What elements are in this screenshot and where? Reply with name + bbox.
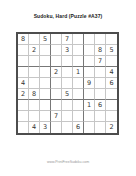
cell-r5c2-empty <box>29 78 40 89</box>
cell-r8c1-empty <box>18 111 29 122</box>
cell-r1c3-given-5: 5 <box>40 34 51 45</box>
cell-r4c3-empty <box>40 67 51 78</box>
cell-r7c6-empty <box>73 100 84 111</box>
cell-r9c1-empty <box>18 122 29 133</box>
cell-r2c6-empty <box>73 45 84 56</box>
cell-r9c3-given-3: 3 <box>40 122 51 133</box>
cell-r8c6-empty <box>73 111 84 122</box>
cell-r1c2-empty <box>29 34 40 45</box>
cell-r3c1-empty <box>18 56 29 67</box>
cell-r3c5-empty <box>62 56 73 67</box>
cell-r9c5-empty <box>62 122 73 133</box>
cell-r2c8-given-8: 8 <box>95 45 106 56</box>
cell-r1c1-given-8: 8 <box>18 34 29 45</box>
cell-r5c3-empty <box>40 78 51 89</box>
cell-r1c5-given-7: 7 <box>62 34 73 45</box>
cell-r2c9-given-5: 5 <box>106 45 117 56</box>
cell-r1c4-empty <box>51 34 62 45</box>
puzzle-title: Sudoku, Hard (Puzzle #A37) <box>0 13 136 19</box>
cell-r6c4-empty <box>51 89 62 100</box>
cell-r8c9-empty <box>106 111 117 122</box>
cell-r3c6-empty <box>73 56 84 67</box>
cell-r4c5-empty <box>62 67 73 78</box>
cell-r6c3-empty <box>40 89 51 100</box>
cell-r7c8-given-6: 6 <box>95 100 106 111</box>
cell-r4c4-given-2: 2 <box>51 67 62 78</box>
sudoku-board: 857238572144962851674362 <box>16 32 119 135</box>
cell-r2c4-empty <box>51 45 62 56</box>
cell-r3c3-empty <box>40 56 51 67</box>
cell-r8c7-empty <box>84 111 95 122</box>
cell-r9c6-given-6: 6 <box>73 122 84 133</box>
cell-r3c8-given-7: 7 <box>95 56 106 67</box>
cell-r7c2-empty <box>29 100 40 111</box>
cell-r5c6-empty <box>73 78 84 89</box>
cell-r5c1-given-4: 4 <box>18 78 29 89</box>
cell-r1c8-empty <box>95 34 106 45</box>
cell-r4c8-empty <box>95 67 106 78</box>
cell-r9c7-empty <box>84 122 95 133</box>
cell-r6c8-empty <box>95 89 106 100</box>
cell-r1c6-empty <box>73 34 84 45</box>
cell-r6c5-given-5: 5 <box>62 89 73 100</box>
cell-r8c2-empty <box>29 111 40 122</box>
cell-r9c2-given-4: 4 <box>29 122 40 133</box>
cell-r8c4-given-7: 7 <box>51 111 62 122</box>
footer-url: www.PrintFreeSudoku.com <box>0 160 136 164</box>
cell-r5c5-empty <box>62 78 73 89</box>
cell-r4c7-empty <box>84 67 95 78</box>
cell-r7c4-empty <box>51 100 62 111</box>
cell-r8c5-empty <box>62 111 73 122</box>
cell-r2c1-empty <box>18 45 29 56</box>
cell-r8c8-empty <box>95 111 106 122</box>
cell-r8c3-empty <box>40 111 51 122</box>
cell-r1c9-empty <box>106 34 117 45</box>
cell-r7c3-empty <box>40 100 51 111</box>
cell-r6c7-empty <box>84 89 95 100</box>
cell-r2c5-given-3: 3 <box>62 45 73 56</box>
cell-r3c4-empty <box>51 56 62 67</box>
cell-r4c2-empty <box>29 67 40 78</box>
cell-r5c4-empty <box>51 78 62 89</box>
cell-r7c1-empty <box>18 100 29 111</box>
cell-r3c9-empty <box>106 56 117 67</box>
sudoku-printable-page: Sudoku, Hard (Puzzle #A37) 8572385721449… <box>0 0 136 176</box>
cell-r3c2-empty <box>29 56 40 67</box>
cell-r2c7-empty <box>84 45 95 56</box>
cell-r4c1-empty <box>18 67 29 78</box>
cell-r6c6-empty <box>73 89 84 100</box>
cell-r6c1-given-2: 2 <box>18 89 29 100</box>
cell-r7c7-given-1: 1 <box>84 100 95 111</box>
cell-r2c3-empty <box>40 45 51 56</box>
cell-r9c9-given-2: 2 <box>106 122 117 133</box>
cell-r2c2-given-2: 2 <box>29 45 40 56</box>
cell-r9c4-empty <box>51 122 62 133</box>
cell-r6c2-given-8: 8 <box>29 89 40 100</box>
cell-r5c9-given-6: 6 <box>106 78 117 89</box>
cell-r3c7-empty <box>84 56 95 67</box>
cell-r7c5-empty <box>62 100 73 111</box>
cell-r6c9-empty <box>106 89 117 100</box>
cell-r4c9-given-4: 4 <box>106 67 117 78</box>
cell-r5c8-empty <box>95 78 106 89</box>
cell-r7c9-empty <box>106 100 117 111</box>
cell-r4c6-given-1: 1 <box>73 67 84 78</box>
cell-r5c7-given-9: 9 <box>84 78 95 89</box>
cell-r1c7-empty <box>84 34 95 45</box>
cell-r9c8-empty <box>95 122 106 133</box>
